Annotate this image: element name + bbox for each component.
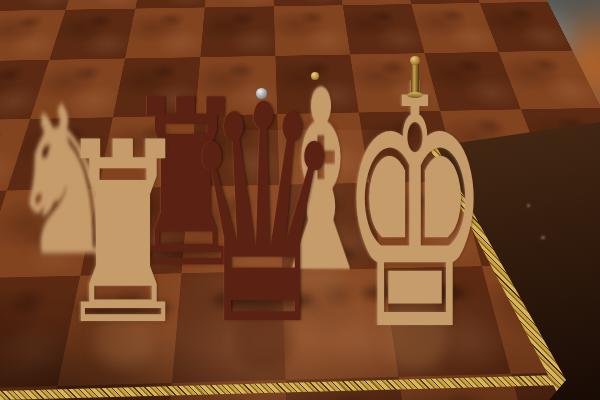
dust-speck (541, 236, 545, 239)
black-queen-piece: ♛ (182, 67, 343, 367)
board-square (511, 370, 600, 400)
dust-speck (527, 204, 530, 207)
chess-photo-scene: ♞ ♜ ♝ ♜ ♛ ♚ (0, 0, 600, 400)
white-king-piece: ♚ (340, 42, 490, 377)
board-square (0, 386, 58, 400)
board-square (49, 9, 135, 60)
white-rook-piece: ♜ (56, 110, 190, 360)
